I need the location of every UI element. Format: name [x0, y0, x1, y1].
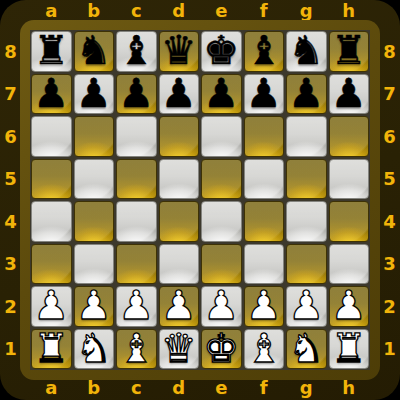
file-label-b: b [73, 377, 116, 398]
square-b7[interactable]: ♟ [73, 73, 116, 116]
piece-white-queen[interactable]: ♛ [161, 328, 197, 368]
rank-label-1: 1 [0, 328, 21, 371]
file-label-d: d [158, 377, 201, 398]
rank-label-5: 5 [0, 158, 21, 201]
square-face-h6 [329, 116, 370, 157]
square-face-c2: ♟ [116, 286, 157, 327]
piece-black-pawn[interactable]: ♟ [203, 73, 239, 113]
square-face-a4 [31, 201, 72, 242]
square-face-b5 [74, 159, 115, 200]
square-a1[interactable]: ♜ [30, 328, 73, 371]
square-b4[interactable] [73, 200, 116, 243]
square-face-b2: ♟ [74, 286, 115, 327]
piece-black-bishop[interactable]: ♝ [118, 30, 154, 70]
square-c3[interactable] [115, 243, 158, 286]
rank-label-4: 4 [0, 200, 21, 243]
square-face-e5 [201, 159, 242, 200]
square-e1[interactable]: ♚ [200, 328, 243, 371]
square-face-d1: ♛ [159, 329, 200, 370]
piece-black-pawn[interactable]: ♟ [246, 73, 282, 113]
piece-black-pawn[interactable]: ♟ [118, 73, 154, 113]
square-face-e3 [201, 244, 242, 285]
piece-black-pawn[interactable]: ♟ [288, 73, 324, 113]
file-label-a: a [30, 0, 73, 21]
piece-black-pawn[interactable]: ♟ [76, 73, 112, 113]
piece-black-pawn[interactable]: ♟ [161, 73, 197, 113]
square-face-f6 [244, 116, 285, 157]
file-label-d: d [158, 0, 201, 21]
file-label-e: e [200, 0, 243, 21]
square-face-a7: ♟ [31, 74, 72, 115]
file-label-e: e [200, 377, 243, 398]
square-h4[interactable] [328, 200, 371, 243]
square-face-e6 [201, 116, 242, 157]
square-e7[interactable]: ♟ [200, 73, 243, 116]
square-c7[interactable]: ♟ [115, 73, 158, 116]
square-face-a3 [31, 244, 72, 285]
square-g8[interactable]: ♞ [285, 30, 328, 73]
square-c5[interactable] [115, 158, 158, 201]
square-c8[interactable]: ♝ [115, 30, 158, 73]
square-face-g4 [286, 201, 327, 242]
square-face-d8: ♛ [159, 31, 200, 72]
square-face-b7: ♟ [74, 74, 115, 115]
square-c6[interactable] [115, 115, 158, 158]
square-face-g5 [286, 159, 327, 200]
piece-black-queen[interactable]: ♛ [161, 30, 197, 70]
square-d7[interactable]: ♟ [158, 73, 201, 116]
rank-label-4: 4 [379, 200, 400, 243]
file-label-c: c [115, 377, 158, 398]
square-f4[interactable] [243, 200, 286, 243]
file-label-h: h [328, 377, 371, 398]
square-face-e1: ♚ [201, 329, 242, 370]
piece-white-knight[interactable]: ♞ [76, 328, 112, 368]
piece-black-rook[interactable]: ♜ [331, 30, 367, 70]
piece-white-pawn[interactable]: ♟ [76, 285, 112, 325]
rank-labels-left: 87654321 [0, 30, 21, 370]
square-face-d4 [159, 201, 200, 242]
square-c1[interactable]: ♝ [115, 328, 158, 371]
square-e3[interactable] [200, 243, 243, 286]
rank-labels-right: 87654321 [379, 30, 400, 370]
square-face-c1: ♝ [116, 329, 157, 370]
piece-white-pawn[interactable]: ♟ [118, 285, 154, 325]
rank-label-3: 3 [0, 243, 21, 286]
piece-white-pawn[interactable]: ♟ [203, 285, 239, 325]
piece-white-rook[interactable]: ♜ [33, 328, 69, 368]
square-face-g6 [286, 116, 327, 157]
piece-white-pawn[interactable]: ♟ [33, 285, 69, 325]
rank-label-3: 3 [379, 243, 400, 286]
square-d1[interactable]: ♛ [158, 328, 201, 371]
square-face-a5 [31, 159, 72, 200]
square-face-d2: ♟ [159, 286, 200, 327]
piece-white-pawn[interactable]: ♟ [288, 285, 324, 325]
square-face-c5 [116, 159, 157, 200]
piece-black-pawn[interactable]: ♟ [33, 73, 69, 113]
square-f7[interactable]: ♟ [243, 73, 286, 116]
square-face-a1: ♜ [31, 329, 72, 370]
square-d3[interactable] [158, 243, 201, 286]
square-face-b3 [74, 244, 115, 285]
square-b3[interactable] [73, 243, 116, 286]
square-face-a8: ♜ [31, 31, 72, 72]
square-g5[interactable] [285, 158, 328, 201]
square-face-f3 [244, 244, 285, 285]
rank-label-8: 8 [0, 30, 21, 73]
piece-white-bishop[interactable]: ♝ [118, 328, 154, 368]
square-face-c6 [116, 116, 157, 157]
square-face-f2: ♟ [244, 286, 285, 327]
board-panel: ♜♞♝♛♚♝♞♜♟♟♟♟♟♟♟♟♟♟♟♟♟♟♟♟♜♞♝♛♚♝♞♜ [20, 20, 380, 380]
file-label-c: c [115, 0, 158, 21]
square-e4[interactable] [200, 200, 243, 243]
square-d6[interactable] [158, 115, 201, 158]
square-a3[interactable] [30, 243, 73, 286]
square-e5[interactable] [200, 158, 243, 201]
square-face-d3 [159, 244, 200, 285]
square-face-g7: ♟ [286, 74, 327, 115]
square-b2[interactable]: ♟ [73, 285, 116, 328]
board-frame: abcdefgh abcdefgh 87654321 87654321 ♜♞♝♛… [0, 0, 400, 400]
square-g7[interactable]: ♟ [285, 73, 328, 116]
square-c4[interactable] [115, 200, 158, 243]
square-face-a6 [31, 116, 72, 157]
square-e2[interactable]: ♟ [200, 285, 243, 328]
square-g3[interactable] [285, 243, 328, 286]
square-f1[interactable]: ♝ [243, 328, 286, 371]
square-face-c8: ♝ [116, 31, 157, 72]
file-label-g: g [285, 0, 328, 21]
square-face-f5 [244, 159, 285, 200]
piece-black-pawn[interactable]: ♟ [331, 73, 367, 113]
file-label-b: b [73, 0, 116, 21]
square-face-b8: ♞ [74, 31, 115, 72]
square-e8[interactable]: ♚ [200, 30, 243, 73]
square-a2[interactable]: ♟ [30, 285, 73, 328]
square-face-d7: ♟ [159, 74, 200, 115]
square-b1[interactable]: ♞ [73, 328, 116, 371]
rank-label-5: 5 [379, 158, 400, 201]
piece-black-knight[interactable]: ♞ [288, 30, 324, 70]
square-face-f7: ♟ [244, 74, 285, 115]
square-h6[interactable] [328, 115, 371, 158]
square-face-a2: ♟ [31, 286, 72, 327]
piece-white-rook[interactable]: ♜ [331, 328, 367, 368]
chess-app: abcdefgh abcdefgh 87654321 87654321 ♜♞♝♛… [0, 0, 400, 400]
square-d5[interactable] [158, 158, 201, 201]
file-label-g: g [285, 377, 328, 398]
square-face-g2: ♟ [286, 286, 327, 327]
square-a5[interactable] [30, 158, 73, 201]
square-f8[interactable]: ♝ [243, 30, 286, 73]
file-label-f: f [243, 0, 286, 21]
rank-label-2: 2 [0, 285, 21, 328]
square-face-h5 [329, 159, 370, 200]
piece-white-pawn[interactable]: ♟ [246, 285, 282, 325]
square-g1[interactable]: ♞ [285, 328, 328, 371]
rank-label-2: 2 [379, 285, 400, 328]
file-labels-bottom: abcdefgh [30, 377, 370, 398]
square-d8[interactable]: ♛ [158, 30, 201, 73]
square-face-f4 [244, 201, 285, 242]
square-face-c7: ♟ [116, 74, 157, 115]
square-f2[interactable]: ♟ [243, 285, 286, 328]
piece-black-rook[interactable]: ♜ [33, 30, 69, 70]
file-label-h: h [328, 0, 371, 21]
square-face-c4 [116, 201, 157, 242]
piece-black-king[interactable]: ♚ [203, 30, 239, 70]
square-f3[interactable] [243, 243, 286, 286]
square-d2[interactable]: ♟ [158, 285, 201, 328]
square-face-g1: ♞ [286, 329, 327, 370]
square-face-h3 [329, 244, 370, 285]
rank-label-8: 8 [379, 30, 400, 73]
square-face-c3 [116, 244, 157, 285]
square-h7[interactable]: ♟ [328, 73, 371, 116]
piece-white-bishop[interactable]: ♝ [246, 328, 282, 368]
rank-label-6: 6 [0, 115, 21, 158]
square-face-d5 [159, 159, 200, 200]
square-h1[interactable]: ♜ [328, 328, 371, 371]
chess-board[interactable]: ♜♞♝♛♚♝♞♜♟♟♟♟♟♟♟♟♟♟♟♟♟♟♟♟♜♞♝♛♚♝♞♜ [30, 30, 370, 370]
square-face-e4 [201, 201, 242, 242]
square-face-e8: ♚ [201, 31, 242, 72]
rank-label-6: 6 [379, 115, 400, 158]
file-label-f: f [243, 377, 286, 398]
file-labels-top: abcdefgh [30, 0, 370, 21]
rank-label-7: 7 [0, 73, 21, 116]
square-face-h8: ♜ [329, 31, 370, 72]
square-face-h7: ♟ [329, 74, 370, 115]
square-face-b6 [74, 116, 115, 157]
square-g6[interactable] [285, 115, 328, 158]
square-face-e7: ♟ [201, 74, 242, 115]
file-label-a: a [30, 377, 73, 398]
square-face-d6 [159, 116, 200, 157]
square-face-b4 [74, 201, 115, 242]
square-face-e2: ♟ [201, 286, 242, 327]
square-face-g8: ♞ [286, 31, 327, 72]
square-a4[interactable] [30, 200, 73, 243]
square-face-g3 [286, 244, 327, 285]
square-a8[interactable]: ♜ [30, 30, 73, 73]
square-d4[interactable] [158, 200, 201, 243]
square-a6[interactable] [30, 115, 73, 158]
piece-white-knight[interactable]: ♞ [288, 328, 324, 368]
piece-black-knight[interactable]: ♞ [76, 30, 112, 70]
piece-black-bishop[interactable]: ♝ [246, 30, 282, 70]
square-face-h2: ♟ [329, 286, 370, 327]
square-face-h1: ♜ [329, 329, 370, 370]
rank-label-1: 1 [379, 328, 400, 371]
square-a7[interactable]: ♟ [30, 73, 73, 116]
square-g2[interactable]: ♟ [285, 285, 328, 328]
square-h8[interactable]: ♜ [328, 30, 371, 73]
square-c2[interactable]: ♟ [115, 285, 158, 328]
piece-white-king[interactable]: ♚ [203, 328, 239, 368]
square-face-f8: ♝ [244, 31, 285, 72]
square-face-h4 [329, 201, 370, 242]
square-f6[interactable] [243, 115, 286, 158]
piece-white-pawn[interactable]: ♟ [161, 285, 197, 325]
square-h5[interactable] [328, 158, 371, 201]
rank-label-7: 7 [379, 73, 400, 116]
square-f5[interactable] [243, 158, 286, 201]
square-face-f1: ♝ [244, 329, 285, 370]
square-b8[interactable]: ♞ [73, 30, 116, 73]
square-h2[interactable]: ♟ [328, 285, 371, 328]
square-h3[interactable] [328, 243, 371, 286]
square-b6[interactable] [73, 115, 116, 158]
square-e6[interactable] [200, 115, 243, 158]
square-g4[interactable] [285, 200, 328, 243]
square-face-b1: ♞ [74, 329, 115, 370]
square-b5[interactable] [73, 158, 116, 201]
piece-white-pawn[interactable]: ♟ [331, 285, 367, 325]
